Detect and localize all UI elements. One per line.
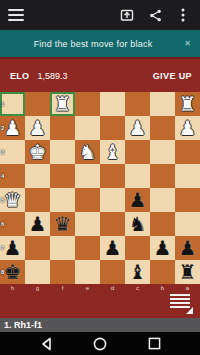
square-h7[interactable]: 7♟ <box>0 236 25 260</box>
square-a1[interactable]: ♜ <box>175 92 200 116</box>
square-f1[interactable]: ♜ <box>50 92 75 116</box>
white-pawn-a2: ♟ <box>179 116 197 140</box>
square-a7[interactable]: ♟ <box>175 236 200 260</box>
square-f4[interactable] <box>50 164 75 188</box>
home-icon[interactable] <box>93 336 108 351</box>
move-text: 1. Rh1-f1 <box>4 320 42 330</box>
elo-label: ELO <box>10 71 29 81</box>
black-pawn-b7: ♟ <box>154 236 172 260</box>
square-f3[interactable] <box>50 140 75 164</box>
square-d4[interactable] <box>100 164 125 188</box>
square-c1[interactable] <box>125 92 150 116</box>
file-label-a: a <box>175 284 200 293</box>
open-in-new-icon[interactable] <box>118 6 136 24</box>
square-d8[interactable] <box>100 260 125 284</box>
elo-value: 1,589.3 <box>37 71 67 81</box>
square-e8[interactable] <box>75 260 100 284</box>
square-c3[interactable] <box>125 140 150 164</box>
square-g7[interactable] <box>25 236 50 260</box>
square-b2[interactable] <box>150 116 175 140</box>
file-labels: hgfedcba <box>0 284 200 293</box>
square-a6[interactable] <box>175 212 200 236</box>
rank-label-3: 3 <box>1 149 4 155</box>
square-d3[interactable]: ♝ <box>100 140 125 164</box>
move-list-icon[interactable] <box>170 294 192 314</box>
black-queen-f6: ♛ <box>54 212 72 236</box>
square-a4[interactable] <box>175 164 200 188</box>
share-icon[interactable] <box>146 6 164 24</box>
black-pawn-d7: ♟ <box>104 236 122 260</box>
square-e1[interactable] <box>75 92 100 116</box>
square-f5[interactable] <box>50 188 75 212</box>
square-h2[interactable]: 2♟ <box>0 116 25 140</box>
square-a5[interactable] <box>175 188 200 212</box>
menu-icon[interactable] <box>8 9 24 21</box>
overflow-menu-icon[interactable] <box>174 6 192 24</box>
black-pawn-h7: ♟ <box>4 236 22 260</box>
square-e7[interactable] <box>75 236 100 260</box>
square-a2[interactable]: ♟ <box>175 116 200 140</box>
square-b3[interactable] <box>150 140 175 164</box>
app-screen: Find the best move for black ✕ ELO 1,589… <box>0 0 200 355</box>
square-h5[interactable]: 5♛ <box>0 188 25 212</box>
banner-close-icon[interactable]: ✕ <box>184 40 191 48</box>
file-label-g: g <box>25 284 50 293</box>
square-g2[interactable]: ♟ <box>25 116 50 140</box>
square-e6[interactable] <box>75 212 100 236</box>
black-bishop-c8: ♝ <box>129 260 147 284</box>
square-e5[interactable] <box>75 188 100 212</box>
square-h8[interactable]: 8♚ <box>0 260 25 284</box>
square-e2[interactable] <box>75 116 100 140</box>
square-c7[interactable] <box>125 236 150 260</box>
white-queen-h5: ♛ <box>4 188 22 212</box>
square-b7[interactable]: ♟ <box>150 236 175 260</box>
give-up-button[interactable]: GIVE UP <box>153 71 192 81</box>
white-king-g3: ♚ <box>29 140 47 164</box>
top-app-bar <box>0 0 200 30</box>
android-nav-bar <box>0 332 200 355</box>
under-board-strip <box>0 293 200 318</box>
square-e4[interactable] <box>75 164 100 188</box>
square-d1[interactable] <box>100 92 125 116</box>
square-d6[interactable] <box>100 212 125 236</box>
square-f8[interactable] <box>50 260 75 284</box>
square-h4[interactable]: 4 <box>0 164 25 188</box>
file-label-d: d <box>100 284 125 293</box>
instruction-banner: Find the best move for black ✕ <box>0 30 200 57</box>
square-d2[interactable] <box>100 116 125 140</box>
rank-label-8: 8 <box>1 269 4 275</box>
square-g1[interactable] <box>25 92 50 116</box>
square-h3[interactable]: 3 <box>0 140 25 164</box>
rank-label-1: 1 <box>1 101 4 107</box>
square-h1[interactable]: 1 <box>0 92 25 116</box>
file-label-f: f <box>50 284 75 293</box>
square-g8[interactable] <box>25 260 50 284</box>
square-c5[interactable]: ♟ <box>125 188 150 212</box>
white-pawn-g2: ♟ <box>29 116 47 140</box>
square-d5[interactable] <box>100 188 125 212</box>
square-d7[interactable]: ♟ <box>100 236 125 260</box>
white-rook-f1: ♜ <box>54 92 72 116</box>
square-a8[interactable]: ♜ <box>175 260 200 284</box>
file-label-c: c <box>125 284 150 293</box>
square-g6[interactable]: ♟ <box>25 212 50 236</box>
file-label-e: e <box>75 284 100 293</box>
black-pawn-c5: ♟ <box>129 188 147 212</box>
square-b8[interactable] <box>150 260 175 284</box>
square-b5[interactable] <box>150 188 175 212</box>
square-g5[interactable] <box>25 188 50 212</box>
rank-label-6: 6 <box>1 221 4 227</box>
move-bar: 1. Rh1-f1 <box>0 318 200 332</box>
white-pawn-h2: ♟ <box>4 116 22 140</box>
recents-icon[interactable] <box>147 336 162 351</box>
square-c4[interactable] <box>125 164 150 188</box>
file-label-h: h <box>0 284 25 293</box>
square-c8[interactable]: ♝ <box>125 260 150 284</box>
black-pawn-a7: ♟ <box>179 236 197 260</box>
black-king-h8: ♚ <box>4 260 22 284</box>
square-h6[interactable]: 6 <box>0 212 25 236</box>
square-f6[interactable]: ♛ <box>50 212 75 236</box>
square-b6[interactable] <box>150 212 175 236</box>
status-row: ELO 1,589.3 GIVE UP <box>0 59 200 92</box>
chess-board[interactable]: 1♜♜2♟♟♟♟3♚♞♝45♛♟6♟♛♞7♟♟♟♟8♚♝♜ <box>0 92 200 284</box>
white-knight-e3: ♞ <box>79 140 97 164</box>
white-bishop-d3: ♝ <box>104 140 122 164</box>
square-f2[interactable] <box>50 116 75 140</box>
square-b1[interactable] <box>150 92 175 116</box>
square-e3[interactable]: ♞ <box>75 140 100 164</box>
square-g4[interactable] <box>25 164 50 188</box>
square-f7[interactable] <box>50 236 75 260</box>
square-c2[interactable]: ♟ <box>125 116 150 140</box>
rank-label-4: 4 <box>1 173 4 179</box>
square-a3[interactable] <box>175 140 200 164</box>
black-rook-a8: ♜ <box>179 260 197 284</box>
square-c6[interactable]: ♞ <box>125 212 150 236</box>
rank-label-5: 5 <box>1 197 4 203</box>
rank-label-2: 2 <box>1 125 4 131</box>
black-knight-c6: ♞ <box>129 212 147 236</box>
file-label-b: b <box>150 284 175 293</box>
black-pawn-g6: ♟ <box>29 212 47 236</box>
square-g3[interactable]: ♚ <box>25 140 50 164</box>
back-icon[interactable] <box>39 336 54 351</box>
rank-label-7: 7 <box>1 245 4 251</box>
white-pawn-c2: ♟ <box>129 116 147 140</box>
banner-text: Find the best move for black <box>34 39 167 49</box>
square-b4[interactable] <box>150 164 175 188</box>
white-rook-a1: ♜ <box>179 92 197 116</box>
